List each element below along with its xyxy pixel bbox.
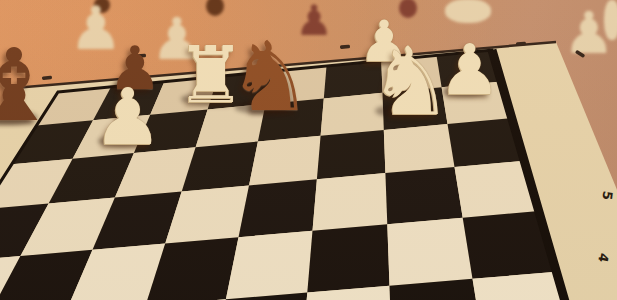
piece-white-pawn-b7[interactable]: ♟ xyxy=(81,78,175,156)
chessboard-photo: ♟♟♟♟ 54 ♟♟♟♜♞♞♝♟ xyxy=(0,0,617,300)
piece-white-knight-g7[interactable]: ♞ xyxy=(355,35,468,129)
piece-dark-knight-e7[interactable]: ♞ xyxy=(212,29,327,125)
piece-dark-bishop-a7[interactable]: ♝ xyxy=(0,36,74,136)
pieces-layer: ♟♟♟♜♞♞♝♟ xyxy=(0,0,617,300)
